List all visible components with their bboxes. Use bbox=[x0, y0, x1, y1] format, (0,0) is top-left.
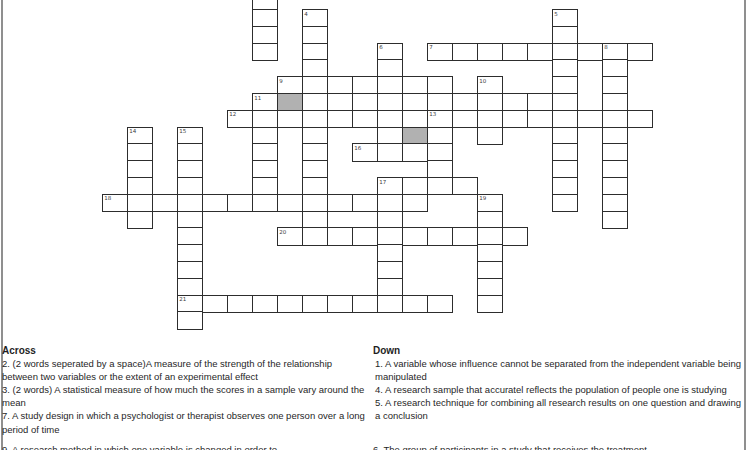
cutoff-text-left: 9. A research method in which one variab… bbox=[2, 444, 277, 450]
crossword-cell: 4 bbox=[302, 9, 329, 27]
clue-number: 8 bbox=[604, 44, 608, 50]
crossword-cell bbox=[552, 194, 579, 212]
crossword-cell bbox=[552, 160, 579, 178]
crossword-cell bbox=[552, 110, 579, 128]
crossword-cell bbox=[427, 295, 454, 313]
crossword-cell bbox=[477, 43, 504, 61]
clue-item-down-5: 5. A research technique for combining al… bbox=[373, 396, 745, 422]
crossword-cell bbox=[302, 143, 329, 161]
crossword-cell bbox=[477, 93, 504, 111]
clue-number: 17 bbox=[379, 179, 386, 185]
crossword-cell: 12 bbox=[227, 110, 254, 128]
clue-number: 14 bbox=[129, 128, 136, 134]
crossword-cell bbox=[377, 127, 404, 145]
crossword-cell bbox=[127, 143, 154, 161]
crossword-cell bbox=[302, 43, 329, 61]
crossword-cell bbox=[602, 127, 629, 145]
crossword-cell bbox=[202, 295, 229, 313]
clue-item-number: 7. bbox=[2, 410, 12, 421]
crossword-cell bbox=[252, 9, 279, 27]
crossword-cell bbox=[352, 194, 379, 212]
crossword-cell bbox=[502, 110, 529, 128]
crossword-cell bbox=[302, 295, 329, 313]
clue-number: 12 bbox=[229, 111, 236, 117]
crossword-cell bbox=[402, 143, 429, 161]
crossword-cell bbox=[252, 43, 279, 61]
crossword-cell bbox=[302, 160, 329, 178]
clue-item-number: 1. bbox=[375, 358, 385, 369]
crossword-cell bbox=[127, 177, 154, 195]
crossword-cell bbox=[177, 244, 204, 262]
crossword-cell bbox=[302, 59, 329, 77]
crossword-cell bbox=[427, 127, 454, 145]
crossword-cell bbox=[452, 43, 479, 61]
crossword-cell bbox=[552, 76, 579, 94]
crossword-cell bbox=[477, 110, 504, 128]
crossword-cell: 9 bbox=[277, 76, 304, 94]
crossword-cell: 16 bbox=[352, 143, 379, 161]
crossword-cell bbox=[252, 110, 279, 128]
clue-number: 5 bbox=[554, 11, 558, 17]
crossword-cell bbox=[402, 76, 429, 94]
crossword-cell bbox=[202, 194, 229, 212]
crossword-cell: 14 bbox=[127, 127, 154, 145]
crossword-cell: 18 bbox=[102, 194, 129, 212]
crossword-cell bbox=[352, 76, 379, 94]
crossword-cell bbox=[177, 211, 204, 229]
crossword-cell bbox=[602, 110, 629, 128]
crossword-cell bbox=[427, 160, 454, 178]
crossword-cell bbox=[402, 110, 429, 128]
clue-number: 16 bbox=[354, 145, 361, 151]
crossword-cell bbox=[402, 177, 429, 195]
crossword-cell: 13 bbox=[427, 110, 454, 128]
crossword-cell bbox=[227, 295, 254, 313]
crossword-cell bbox=[377, 244, 404, 262]
clue-number: 11 bbox=[254, 95, 261, 101]
crossword-cell bbox=[227, 194, 254, 212]
crossword-cell bbox=[177, 261, 204, 279]
crossword-cell bbox=[252, 160, 279, 178]
crossword-cell bbox=[452, 177, 479, 195]
crossword-cell bbox=[127, 194, 154, 212]
clue-item-across-3: 3. (2 words) A statistical measure of ho… bbox=[2, 383, 368, 409]
crossword-cell bbox=[402, 93, 429, 111]
clue-number: 15 bbox=[179, 128, 186, 134]
clue-number: 10 bbox=[479, 78, 486, 84]
crossword-cell: 19 bbox=[477, 194, 504, 212]
crossword-cell: 20 bbox=[277, 227, 304, 245]
crossword-cell bbox=[477, 211, 504, 229]
crossword-cell bbox=[577, 110, 604, 128]
clue-number: 4 bbox=[304, 11, 308, 17]
crossword-cell bbox=[302, 127, 329, 145]
crossword-cell bbox=[177, 194, 204, 212]
crossword-cell bbox=[552, 93, 579, 111]
crossword-cell bbox=[477, 295, 504, 313]
crossword-cell bbox=[177, 278, 204, 296]
crossword-cell bbox=[277, 194, 304, 212]
crossword-cell bbox=[552, 59, 579, 77]
crossword-cell bbox=[252, 295, 279, 313]
clue-number: 20 bbox=[279, 229, 286, 235]
crossword-cell bbox=[577, 43, 604, 61]
crossword-cell bbox=[352, 227, 379, 245]
crossword-cell bbox=[477, 278, 504, 296]
crossword-cell bbox=[377, 59, 404, 77]
crossword-cell bbox=[377, 295, 404, 313]
crossword-cell: 10 bbox=[477, 76, 504, 94]
down-clues-section: Down 1. A variable whose influence canno… bbox=[373, 344, 745, 423]
clue-number: 6 bbox=[379, 44, 383, 50]
clue-number: 9 bbox=[279, 78, 283, 84]
crossword-cell bbox=[602, 194, 629, 212]
crossword-cell bbox=[402, 295, 429, 313]
crossword-grid: 456789101112131415161718192021 bbox=[0, 0, 750, 340]
crossword-cell bbox=[627, 43, 654, 61]
crossword-cell bbox=[452, 227, 479, 245]
crossword-cell bbox=[427, 227, 454, 245]
down-clues-list: 1. A variable whose influence cannot be … bbox=[373, 357, 745, 422]
crossword-cell: 21 bbox=[177, 295, 204, 313]
clue-number: 21 bbox=[179, 296, 186, 302]
crossword-cell bbox=[377, 278, 404, 296]
clue-item-number: 3. bbox=[2, 384, 13, 395]
crossword-cell bbox=[527, 93, 554, 111]
crossword-cell bbox=[302, 110, 329, 128]
clue-number: 19 bbox=[479, 195, 486, 201]
crossword-cell bbox=[252, 194, 279, 212]
crossword-cell bbox=[177, 143, 204, 161]
across-clues-list: 2. (2 words seperated by a space)A measu… bbox=[2, 357, 368, 436]
clue-number: 13 bbox=[429, 111, 436, 117]
crossword-cell bbox=[602, 177, 629, 195]
crossword-cell bbox=[602, 211, 629, 229]
shaded-cell bbox=[402, 127, 429, 145]
crossword-cell bbox=[302, 93, 329, 111]
crossword-cell bbox=[127, 211, 154, 229]
crossword-cell bbox=[602, 76, 629, 94]
clue-item-across-7: 7. A study design in which a psychologis… bbox=[2, 409, 368, 435]
across-clues-section: Across 2. (2 words seperated by a space)… bbox=[2, 344, 368, 436]
clue-number: 7 bbox=[429, 44, 433, 50]
crossword-cell bbox=[377, 261, 404, 279]
crossword-cell bbox=[402, 227, 429, 245]
crossword-cell bbox=[177, 160, 204, 178]
cutoff-text-right: 6. The group of participants in a study … bbox=[373, 444, 647, 450]
shaded-cell bbox=[277, 93, 304, 111]
crossword-cell bbox=[152, 194, 179, 212]
crossword-cell bbox=[427, 93, 454, 111]
crossword-cell bbox=[352, 110, 379, 128]
clue-item-down-4: 4. A research sample that accuratel refl… bbox=[373, 383, 745, 396]
crossword-cell bbox=[602, 93, 629, 111]
crossword-cell bbox=[302, 194, 329, 212]
crossword-cell bbox=[377, 194, 404, 212]
clue-number: 18 bbox=[104, 195, 111, 201]
crossword-cell bbox=[502, 93, 529, 111]
crossword-cell bbox=[277, 295, 304, 313]
crossword-cell bbox=[377, 227, 404, 245]
across-header: Across bbox=[2, 344, 368, 357]
crossword-cell bbox=[477, 227, 504, 245]
clue-item-down-1: 1. A variable whose influence cannot be … bbox=[373, 357, 745, 383]
crossword-cell bbox=[252, 127, 279, 145]
crossword-cell bbox=[327, 295, 354, 313]
crossword-cell: 17 bbox=[377, 177, 404, 195]
crossword-cell bbox=[302, 76, 329, 94]
crossword-cell bbox=[327, 227, 354, 245]
crossword-cell bbox=[552, 43, 579, 61]
crossword-cell: 7 bbox=[427, 43, 454, 61]
crossword-cell bbox=[552, 127, 579, 145]
crossword-cell bbox=[377, 93, 404, 111]
crossword-cell bbox=[127, 160, 154, 178]
crossword-cell bbox=[177, 311, 204, 329]
crossword-cell bbox=[452, 93, 479, 111]
crossword-cell bbox=[352, 295, 379, 313]
crossword-cell bbox=[327, 194, 354, 212]
crossword-cell bbox=[327, 110, 354, 128]
crossword-cell bbox=[252, 26, 279, 44]
clue-item-number: 5. bbox=[375, 397, 385, 408]
crossword-cell bbox=[277, 110, 304, 128]
crossword-cell: 15 bbox=[177, 127, 204, 145]
crossword-cell bbox=[302, 227, 329, 245]
clue-item-number: 4. bbox=[375, 384, 385, 395]
crossword-cell bbox=[177, 177, 204, 195]
crossword-cell bbox=[452, 110, 479, 128]
crossword-cell bbox=[302, 177, 329, 195]
crossword-cell bbox=[627, 110, 654, 128]
crossword-cell bbox=[327, 93, 354, 111]
crossword-cell bbox=[552, 26, 579, 44]
crossword-cell: 6 bbox=[377, 43, 404, 61]
crossword-cell: 5 bbox=[552, 9, 579, 27]
crossword-cell bbox=[177, 227, 204, 245]
crossword-cell bbox=[477, 127, 504, 145]
crossword-cell bbox=[252, 143, 279, 161]
crossword-cell bbox=[302, 211, 329, 229]
crossword-cell bbox=[427, 76, 454, 94]
crossword-cell bbox=[377, 143, 404, 161]
down-header: Down bbox=[373, 344, 745, 357]
crossword-cell bbox=[527, 43, 554, 61]
crossword-cell bbox=[602, 143, 629, 161]
crossword-cell bbox=[377, 76, 404, 94]
crossword-cell bbox=[352, 93, 379, 111]
crossword-cell bbox=[502, 43, 529, 61]
crossword-cell bbox=[377, 110, 404, 128]
clue-item-number: 2. bbox=[2, 358, 13, 369]
crossword-cell: 11 bbox=[252, 93, 279, 111]
crossword-cell bbox=[602, 59, 629, 77]
bottom-cutoff-line: 9. A research method in which one variab… bbox=[0, 444, 750, 450]
crossword-cell bbox=[477, 261, 504, 279]
crossword-cell bbox=[602, 160, 629, 178]
crossword-cell bbox=[377, 211, 404, 229]
crossword-cell bbox=[427, 143, 454, 161]
crossword-cell bbox=[502, 227, 529, 245]
clue-item-across-2: 2. (2 words seperated by a space)A measu… bbox=[2, 357, 368, 383]
crossword-cell bbox=[552, 177, 579, 195]
crossword-cell bbox=[402, 194, 429, 212]
crossword-cell bbox=[327, 76, 354, 94]
crossword-cell bbox=[477, 244, 504, 262]
crossword-cell bbox=[527, 110, 554, 128]
crossword-cell bbox=[302, 26, 329, 44]
crossword-cell bbox=[552, 143, 579, 161]
crossword-cell bbox=[427, 177, 454, 195]
crossword-cell bbox=[252, 177, 279, 195]
crossword-cell: 8 bbox=[602, 43, 629, 61]
